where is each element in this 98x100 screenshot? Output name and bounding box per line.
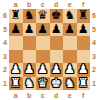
rank-label-2: 2 (90, 66, 98, 73)
file-label-e: e (63, 92, 77, 99)
rank-label-4: 4 (0, 39, 9, 46)
square-d6[interactable]: ♚ (50, 9, 64, 23)
rank-labels-left: 654321 (0, 9, 9, 90)
piece-white-knight: ♞ (24, 77, 35, 91)
piece-white-pawn: ♟ (10, 63, 21, 77)
file-label-d: d (50, 1, 64, 8)
piece-white-pawn: ♟ (64, 63, 75, 77)
square-c5[interactable]: ♟ (36, 23, 50, 37)
square-a5[interactable]: ♟ (9, 23, 23, 37)
square-e1[interactable]: ♞ (63, 77, 77, 91)
square-b3[interactable] (23, 50, 37, 64)
piece-white-queen: ♛ (37, 77, 48, 91)
square-b6[interactable]: ♞ (23, 9, 37, 23)
piece-black-knight: ♞ (24, 9, 35, 23)
square-e2[interactable]: ♟ (63, 63, 77, 77)
square-e5[interactable]: ♟ (63, 23, 77, 37)
piece-white-pawn: ♟ (51, 63, 62, 77)
piece-white-knight: ♞ (64, 77, 75, 91)
square-f2[interactable]: ♟ (77, 63, 91, 77)
rank-label-4: 4 (90, 39, 98, 46)
piece-black-rook: ♜ (10, 9, 21, 23)
piece-black-pawn: ♟ (64, 23, 75, 37)
square-d4[interactable] (50, 36, 64, 50)
square-c1[interactable]: ♛ (36, 77, 50, 91)
square-d2[interactable]: ♟ (50, 63, 64, 77)
rank-label-2: 2 (0, 66, 9, 73)
rank-label-3: 3 (0, 53, 9, 60)
piece-black-pawn: ♟ (10, 23, 21, 37)
file-labels-top: abcdef (9, 0, 98, 9)
board-middle-band: 654321 ♜♞♛♚♞♜♟♟♟♟♟♟♟♟♟♟♟♟♜♞♛♚♞♜ 654321 (0, 9, 98, 90)
square-c2[interactable]: ♟ (36, 63, 50, 77)
piece-white-king: ♚ (51, 77, 62, 91)
piece-black-queen: ♛ (37, 9, 48, 23)
square-a3[interactable] (9, 50, 23, 64)
rank-label-1: 1 (90, 80, 98, 87)
chess-diagram: abcdef 654321 ♜♞♛♚♞♜♟♟♟♟♟♟♟♟♟♟♟♟♜♞♛♚♞♜ 6… (0, 0, 98, 100)
file-label-d: d (50, 92, 64, 99)
square-e4[interactable] (63, 36, 77, 50)
square-f5[interactable]: ♟ (77, 23, 91, 37)
rank-label-1: 1 (0, 80, 9, 87)
piece-black-pawn: ♟ (51, 23, 62, 37)
file-label-a: a (9, 92, 23, 99)
square-d1[interactable]: ♚ (50, 77, 64, 91)
square-a1[interactable]: ♜ (9, 77, 23, 91)
square-d5[interactable]: ♟ (50, 23, 64, 37)
square-f3[interactable] (77, 50, 91, 64)
file-label-a: a (9, 1, 23, 8)
square-f6[interactable]: ♜ (77, 9, 91, 23)
square-b5[interactable]: ♟ (23, 23, 37, 37)
rank-label-5: 5 (0, 26, 9, 33)
square-c4[interactable] (36, 36, 50, 50)
piece-white-pawn: ♟ (78, 63, 89, 77)
square-b2[interactable]: ♟ (23, 63, 37, 77)
piece-white-rook: ♜ (10, 77, 21, 91)
piece-white-pawn: ♟ (24, 63, 35, 77)
square-a4[interactable] (9, 36, 23, 50)
square-f1[interactable]: ♜ (77, 77, 91, 91)
file-label-b: b (23, 1, 37, 8)
piece-black-knight: ♞ (64, 9, 75, 23)
piece-black-pawn: ♟ (37, 23, 48, 37)
square-c3[interactable] (36, 50, 50, 64)
square-f4[interactable] (77, 36, 91, 50)
file-label-e: e (63, 1, 77, 8)
file-label-f: f (77, 92, 91, 99)
square-e6[interactable]: ♞ (63, 9, 77, 23)
piece-black-rook: ♜ (78, 9, 89, 23)
rank-label-5: 5 (90, 26, 98, 33)
file-label-c: c (36, 1, 50, 8)
square-e3[interactable] (63, 50, 77, 64)
rank-label-6: 6 (0, 12, 9, 19)
file-labels-bottom: abcdef (9, 90, 98, 100)
rank-label-3: 3 (90, 53, 98, 60)
chess-board: ♜♞♛♚♞♜♟♟♟♟♟♟♟♟♟♟♟♟♜♞♛♚♞♜ (9, 9, 90, 90)
piece-white-rook: ♜ (78, 77, 89, 91)
square-a2[interactable]: ♟ (9, 63, 23, 77)
piece-white-pawn: ♟ (37, 63, 48, 77)
file-label-f: f (77, 1, 91, 8)
square-b4[interactable] (23, 36, 37, 50)
file-label-c: c (36, 92, 50, 99)
rank-labels-right: 654321 (90, 9, 98, 90)
file-label-b: b (23, 92, 37, 99)
piece-black-pawn: ♟ (24, 23, 35, 37)
square-d3[interactable] (50, 50, 64, 64)
piece-black-king: ♚ (51, 9, 62, 23)
square-c6[interactable]: ♛ (36, 9, 50, 23)
rank-label-6: 6 (90, 12, 98, 19)
square-b1[interactable]: ♞ (23, 77, 37, 91)
square-a6[interactable]: ♜ (9, 9, 23, 23)
piece-black-pawn: ♟ (78, 23, 89, 37)
